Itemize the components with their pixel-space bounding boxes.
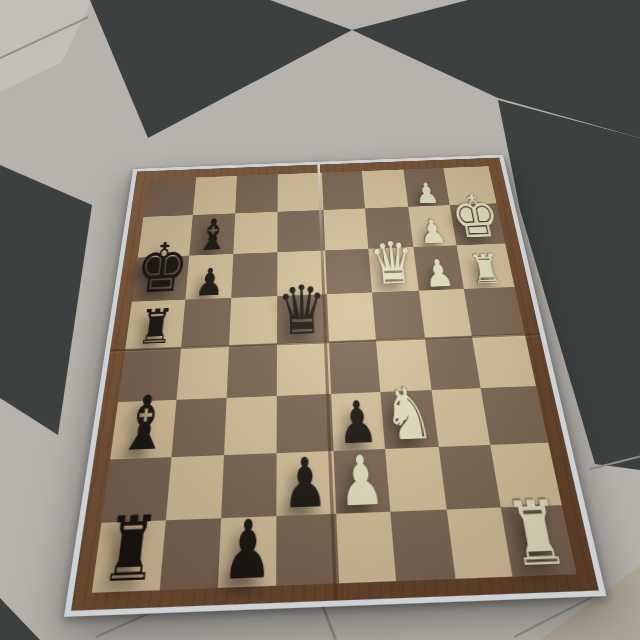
square-d7 xyxy=(277,210,325,252)
white-pawn: ♟ xyxy=(417,215,448,248)
black-pawn: ♟ xyxy=(221,508,273,591)
square-a2 xyxy=(101,457,172,523)
square-c1: ♟ xyxy=(218,516,276,588)
square-d6 xyxy=(277,250,327,296)
square-f6: ♛ xyxy=(368,247,418,292)
square-d1 xyxy=(276,514,339,586)
square-a8 xyxy=(143,177,196,216)
square-c8 xyxy=(235,174,277,213)
square-c5 xyxy=(229,296,277,346)
square-a6: ♚ xyxy=(132,256,190,302)
square-c7 xyxy=(233,212,277,254)
square-b3 xyxy=(172,398,227,457)
square-e3: ♟ xyxy=(331,392,385,451)
square-e2: ♟ xyxy=(333,449,390,514)
square-f3: ♞ xyxy=(380,390,438,449)
black-bishop: ♝ xyxy=(194,214,231,258)
square-b2 xyxy=(166,455,224,520)
square-f5 xyxy=(372,291,424,340)
square-a5: ♜ xyxy=(125,300,186,350)
square-h6: ♜ xyxy=(457,243,515,288)
square-g7: ♟ xyxy=(408,205,457,247)
square-b6: ♟ xyxy=(186,254,234,300)
square-b1 xyxy=(160,518,221,590)
square-g8: ♟ xyxy=(403,168,450,207)
square-g5 xyxy=(418,289,472,338)
square-d5: ♛ xyxy=(277,294,329,344)
square-c6 xyxy=(231,252,277,298)
square-h1: ♜ xyxy=(501,505,577,577)
square-e5 xyxy=(327,292,376,341)
square-b5 xyxy=(182,298,232,348)
square-h4 xyxy=(472,334,536,388)
square-d3 xyxy=(276,394,333,453)
square-a1: ♜ xyxy=(92,520,167,593)
square-f4 xyxy=(376,338,431,392)
square-h7: ♚ xyxy=(450,203,505,245)
square-f8 xyxy=(362,170,408,209)
square-e6 xyxy=(325,249,372,294)
square-d4 xyxy=(276,342,330,396)
square-b7: ♝ xyxy=(190,213,236,255)
square-a4 xyxy=(118,348,182,403)
black-pawn: ♟ xyxy=(194,263,225,302)
square-h8 xyxy=(443,166,496,205)
square-h2 xyxy=(490,443,561,508)
square-e7 xyxy=(323,208,368,250)
square-c2 xyxy=(221,453,276,518)
square-a3: ♝ xyxy=(110,400,177,460)
square-f7 xyxy=(365,207,413,249)
white-pawn: ♟ xyxy=(413,179,441,208)
white-rook: ♜ xyxy=(467,249,506,291)
black-pawn: ♟ xyxy=(283,448,329,519)
black-rook: ♜ xyxy=(135,302,176,351)
square-h5 xyxy=(464,287,525,336)
square-b8 xyxy=(193,176,237,215)
square-d2: ♟ xyxy=(276,451,336,516)
chessboard-squares: ♟♝♟♚♚♟♛♟♜♜♛♝♟♞♟♟♜♟♜ xyxy=(92,166,577,593)
square-c4 xyxy=(227,344,277,398)
square-f2 xyxy=(385,447,446,512)
square-e1 xyxy=(336,512,397,584)
square-c3 xyxy=(224,396,276,455)
square-b4 xyxy=(177,346,229,400)
square-a7 xyxy=(138,215,193,258)
white-pawn: ♟ xyxy=(337,446,386,517)
square-e8 xyxy=(322,171,366,210)
square-d8 xyxy=(277,173,323,212)
square-e4 xyxy=(329,340,381,394)
square-f1 xyxy=(390,510,455,582)
square-h3 xyxy=(481,386,549,445)
white-pawn: ♟ xyxy=(422,254,456,292)
square-g6: ♟ xyxy=(413,245,464,290)
square-g4 xyxy=(424,336,480,390)
black-pawn: ♟ xyxy=(336,394,379,454)
